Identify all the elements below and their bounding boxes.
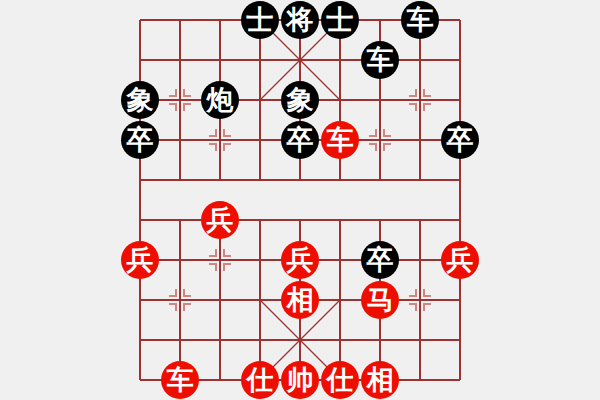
black-chariot-piece[interactable]: 车 bbox=[401, 1, 439, 39]
red-soldier-piece[interactable]: 兵 bbox=[201, 201, 239, 239]
red-advisor-piece[interactable]: 仕 bbox=[241, 361, 279, 399]
red-horse-piece[interactable]: 马 bbox=[361, 281, 399, 319]
black-soldier-piece[interactable]: 卒 bbox=[121, 121, 159, 159]
red-chariot-piece[interactable]: 车 bbox=[321, 121, 359, 159]
red-elephant-piece[interactable]: 相 bbox=[361, 361, 399, 399]
red-general-piece[interactable]: 帅 bbox=[281, 361, 319, 399]
black-elephant-piece[interactable]: 象 bbox=[121, 81, 159, 119]
black-advisor-piece[interactable]: 士 bbox=[321, 1, 359, 39]
red-elephant-piece[interactable]: 相 bbox=[281, 281, 319, 319]
black-soldier-piece[interactable]: 卒 bbox=[361, 241, 399, 279]
red-soldier-piece[interactable]: 兵 bbox=[281, 241, 319, 279]
board-grid bbox=[0, 0, 600, 400]
black-general-piece[interactable]: 将 bbox=[281, 1, 319, 39]
black-cannon-piece[interactable]: 炮 bbox=[201, 81, 239, 119]
red-chariot-piece[interactable]: 车 bbox=[161, 361, 199, 399]
black-advisor-piece[interactable]: 士 bbox=[241, 1, 279, 39]
red-soldier-piece[interactable]: 兵 bbox=[441, 241, 479, 279]
xiangqi-board[interactable]: 士将士车车象炮象卒卒车卒兵兵兵卒兵相马车仕帅仕相 bbox=[0, 0, 600, 400]
black-elephant-piece[interactable]: 象 bbox=[281, 81, 319, 119]
red-soldier-piece[interactable]: 兵 bbox=[121, 241, 159, 279]
xiangqi-app: 士将士车车象炮象卒卒车卒兵兵兵卒兵相马车仕帅仕相 bbox=[0, 0, 600, 400]
black-chariot-piece[interactable]: 车 bbox=[361, 41, 399, 79]
black-soldier-piece[interactable]: 卒 bbox=[441, 121, 479, 159]
red-advisor-piece[interactable]: 仕 bbox=[321, 361, 359, 399]
black-soldier-piece[interactable]: 卒 bbox=[281, 121, 319, 159]
